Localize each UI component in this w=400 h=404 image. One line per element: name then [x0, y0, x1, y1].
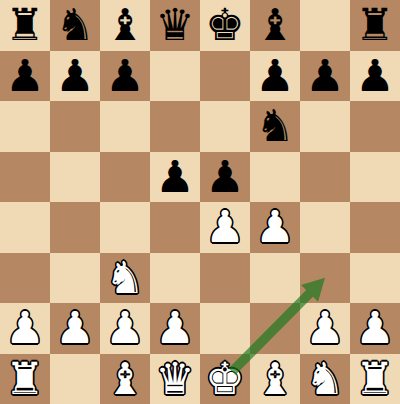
square-f7[interactable]: ♟ [250, 51, 300, 102]
square-f4[interactable]: ♟ [250, 202, 300, 253]
square-h8[interactable]: ♜ [350, 0, 400, 51]
square-a6[interactable] [0, 101, 50, 152]
square-b3[interactable] [50, 253, 100, 304]
square-d5[interactable]: ♟ [150, 152, 200, 203]
square-e5[interactable]: ♟ [200, 152, 250, 203]
square-e1[interactable]: ♚ [200, 354, 250, 404]
white-pawn-icon[interactable]: ♟ [0, 303, 50, 354]
square-e6[interactable] [200, 101, 250, 152]
square-f1[interactable]: ♝ [250, 354, 300, 404]
square-e2[interactable] [200, 303, 250, 354]
black-pawn-icon[interactable]: ♟ [200, 152, 250, 203]
square-f6[interactable]: ♞ [250, 101, 300, 152]
square-h1[interactable]: ♜ [350, 354, 400, 404]
square-b7[interactable]: ♟ [50, 51, 100, 102]
square-g5[interactable] [300, 152, 350, 203]
square-g8[interactable] [300, 0, 350, 51]
square-c2[interactable]: ♟ [100, 303, 150, 354]
square-g1[interactable]: ♞ [300, 354, 350, 404]
square-d1[interactable]: ♛ [150, 354, 200, 404]
black-pawn-icon[interactable]: ♟ [100, 51, 150, 102]
white-pawn-icon[interactable]: ♟ [200, 202, 250, 253]
square-h6[interactable] [350, 101, 400, 152]
white-rook-icon[interactable]: ♜ [0, 354, 50, 404]
square-b6[interactable] [50, 101, 100, 152]
black-knight-icon[interactable]: ♞ [250, 101, 300, 152]
square-a3[interactable] [0, 253, 50, 304]
square-a8[interactable]: ♜ [0, 0, 50, 51]
white-bishop-icon[interactable]: ♝ [100, 354, 150, 404]
black-knight-icon[interactable]: ♞ [50, 0, 100, 51]
square-c6[interactable] [100, 101, 150, 152]
square-h4[interactable] [350, 202, 400, 253]
square-g7[interactable]: ♟ [300, 51, 350, 102]
square-a5[interactable] [0, 152, 50, 203]
square-f3[interactable] [250, 253, 300, 304]
square-a7[interactable]: ♟ [0, 51, 50, 102]
white-pawn-icon[interactable]: ♟ [300, 303, 350, 354]
black-pawn-icon[interactable]: ♟ [150, 152, 200, 203]
black-bishop-icon[interactable]: ♝ [100, 0, 150, 51]
white-knight-icon[interactable]: ♞ [100, 253, 150, 304]
square-c8[interactable]: ♝ [100, 0, 150, 51]
square-d7[interactable] [150, 51, 200, 102]
black-pawn-icon[interactable]: ♟ [350, 51, 400, 102]
black-pawn-icon[interactable]: ♟ [0, 51, 50, 102]
square-c1[interactable]: ♝ [100, 354, 150, 404]
square-g3[interactable] [300, 253, 350, 304]
black-pawn-icon[interactable]: ♟ [300, 51, 350, 102]
square-e4[interactable]: ♟ [200, 202, 250, 253]
square-b8[interactable]: ♞ [50, 0, 100, 51]
white-queen-icon[interactable]: ♛ [150, 354, 200, 404]
white-rook-icon[interactable]: ♜ [350, 354, 400, 404]
square-h7[interactable]: ♟ [350, 51, 400, 102]
square-e8[interactable]: ♚ [200, 0, 250, 51]
square-c7[interactable]: ♟ [100, 51, 150, 102]
square-f8[interactable]: ♝ [250, 0, 300, 51]
square-a2[interactable]: ♟ [0, 303, 50, 354]
white-pawn-icon[interactable]: ♟ [150, 303, 200, 354]
square-d2[interactable]: ♟ [150, 303, 200, 354]
black-bishop-icon[interactable]: ♝ [250, 0, 300, 51]
square-h3[interactable] [350, 253, 400, 304]
black-rook-icon[interactable]: ♜ [0, 0, 50, 51]
black-pawn-icon[interactable]: ♟ [50, 51, 100, 102]
square-g6[interactable] [300, 101, 350, 152]
chess-board: ♜♞♝♛♚♝♜♟♟♟♟♟♟♞♟♟♟♟♞♟♟♟♟♟♟♜♝♛♚♝♞♜ [0, 0, 400, 404]
white-pawn-icon[interactable]: ♟ [350, 303, 400, 354]
square-d8[interactable]: ♛ [150, 0, 200, 51]
square-c5[interactable] [100, 152, 150, 203]
black-pawn-icon[interactable]: ♟ [250, 51, 300, 102]
square-h2[interactable]: ♟ [350, 303, 400, 354]
square-b1[interactable] [50, 354, 100, 404]
square-a1[interactable]: ♜ [0, 354, 50, 404]
black-rook-icon[interactable]: ♜ [350, 0, 400, 51]
white-bishop-icon[interactable]: ♝ [250, 354, 300, 404]
square-d4[interactable] [150, 202, 200, 253]
square-g4[interactable] [300, 202, 350, 253]
square-a4[interactable] [0, 202, 50, 253]
square-e7[interactable] [200, 51, 250, 102]
white-pawn-icon[interactable]: ♟ [50, 303, 100, 354]
black-queen-icon[interactable]: ♛ [150, 0, 200, 51]
square-d3[interactable] [150, 253, 200, 304]
square-g2[interactable]: ♟ [300, 303, 350, 354]
white-king-icon[interactable]: ♚ [200, 354, 250, 404]
black-king-icon[interactable]: ♚ [200, 0, 250, 51]
white-knight-icon[interactable]: ♞ [300, 354, 350, 404]
square-d6[interactable] [150, 101, 200, 152]
white-pawn-icon[interactable]: ♟ [250, 202, 300, 253]
square-b4[interactable] [50, 202, 100, 253]
square-b5[interactable] [50, 152, 100, 203]
chess-board-area: ♜♞♝♛♚♝♜♟♟♟♟♟♟♞♟♟♟♟♞♟♟♟♟♟♟♜♝♛♚♝♞♜ [0, 0, 400, 404]
square-c3[interactable]: ♞ [100, 253, 150, 304]
square-b2[interactable]: ♟ [50, 303, 100, 354]
square-f2[interactable] [250, 303, 300, 354]
square-c4[interactable] [100, 202, 150, 253]
square-h5[interactable] [350, 152, 400, 203]
square-e3[interactable] [200, 253, 250, 304]
white-pawn-icon[interactable]: ♟ [100, 303, 150, 354]
square-f5[interactable] [250, 152, 300, 203]
